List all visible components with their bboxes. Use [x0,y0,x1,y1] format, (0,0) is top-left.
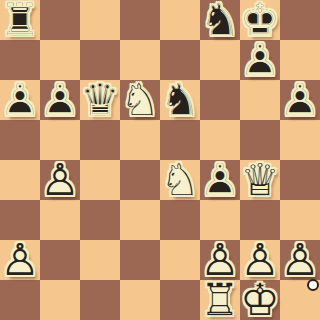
piece-black-rook[interactable]: ♜♖ [0,0,40,40]
black-king-silhouette-icon: ♚ [240,0,280,40]
square-c4[interactable] [80,160,120,200]
square-a1[interactable] [0,280,40,320]
square-d2[interactable] [120,240,160,280]
square-g4[interactable]: ♛♕ [240,160,280,200]
square-f8[interactable]: ♞♘ [200,0,240,40]
square-h7[interactable] [280,40,320,80]
white-pawn-silhouette-icon: ♟ [40,160,80,200]
square-b1[interactable] [40,280,80,320]
square-e5[interactable] [160,120,200,160]
square-c5[interactable] [80,120,120,160]
black-pawn-silhouette-icon: ♟ [40,80,80,120]
black-pawn-outline-icon: ♙ [0,80,40,120]
black-knight-outline-icon: ♘ [160,80,200,120]
piece-black-queen[interactable]: ♛♕ [80,80,120,120]
square-f5[interactable] [200,120,240,160]
piece-white-pawn[interactable]: ♟♙ [280,240,320,280]
square-f2[interactable]: ♟♙ [200,240,240,280]
square-f3[interactable] [200,200,240,240]
chess-board: ♜♖♞♘♚♔♟♙♟♙♟♙♛♕♞♘♞♘♟♙♟♙♞♘♟♙♛♕♟♙♟♙♟♙♟♙♜♖♚♔ [0,0,320,320]
white-pawn-outline-icon: ♙ [200,240,240,280]
black-queen-silhouette-icon: ♛ [80,80,120,120]
square-b2[interactable] [40,240,80,280]
black-knight-outline-icon: ♘ [200,0,240,40]
square-d5[interactable] [120,120,160,160]
square-h4[interactable] [280,160,320,200]
square-c3[interactable] [80,200,120,240]
square-c8[interactable] [80,0,120,40]
square-g1[interactable]: ♚♔ [240,280,280,320]
square-b4[interactable]: ♟♙ [40,160,80,200]
white-knight-silhouette-icon: ♞ [120,80,160,120]
black-king-outline-icon: ♔ [240,0,280,40]
black-queen-outline-icon: ♕ [80,80,120,120]
white-pawn-outline-icon: ♙ [240,240,280,280]
piece-black-pawn[interactable]: ♟♙ [0,80,40,120]
square-c1[interactable] [80,280,120,320]
white-pawn-silhouette-icon: ♟ [0,240,40,280]
square-e6[interactable]: ♞♘ [160,80,200,120]
piece-black-pawn[interactable]: ♟♙ [200,160,240,200]
white-to-move-indicator [307,279,319,291]
square-d7[interactable] [120,40,160,80]
square-b5[interactable] [40,120,80,160]
white-rook-silhouette-icon: ♜ [200,280,240,320]
square-d1[interactable] [120,280,160,320]
white-queen-outline-icon: ♕ [240,160,280,200]
piece-white-king[interactable]: ♚♔ [240,280,280,320]
square-d6[interactable]: ♞♘ [120,80,160,120]
white-knight-outline-icon: ♘ [120,80,160,120]
square-g7[interactable]: ♟♙ [240,40,280,80]
piece-white-knight[interactable]: ♞♘ [120,80,160,120]
square-b7[interactable] [40,40,80,80]
black-knight-silhouette-icon: ♞ [160,80,200,120]
square-a8[interactable]: ♜♖ [0,0,40,40]
square-a4[interactable] [0,160,40,200]
white-king-outline-icon: ♔ [240,280,280,320]
square-a6[interactable]: ♟♙ [0,80,40,120]
piece-white-pawn[interactable]: ♟♙ [240,240,280,280]
piece-black-knight[interactable]: ♞♘ [160,80,200,120]
square-e3[interactable] [160,200,200,240]
square-d8[interactable] [120,0,160,40]
white-pawn-silhouette-icon: ♟ [200,240,240,280]
piece-white-pawn[interactable]: ♟♙ [0,240,40,280]
square-h2[interactable]: ♟♙ [280,240,320,280]
white-queen-silhouette-icon: ♛ [240,160,280,200]
square-a5[interactable] [0,120,40,160]
black-knight-silhouette-icon: ♞ [200,0,240,40]
square-f4[interactable]: ♟♙ [200,160,240,200]
piece-white-pawn[interactable]: ♟♙ [200,240,240,280]
black-pawn-silhouette-icon: ♟ [0,80,40,120]
square-b8[interactable] [40,0,80,40]
square-g8[interactable]: ♚♔ [240,0,280,40]
square-c7[interactable] [80,40,120,80]
white-king-silhouette-icon: ♚ [240,280,280,320]
square-h6[interactable]: ♟♙ [280,80,320,120]
square-g2[interactable]: ♟♙ [240,240,280,280]
square-g3[interactable] [240,200,280,240]
piece-white-knight[interactable]: ♞♘ [160,160,200,200]
white-pawn-outline-icon: ♙ [40,160,80,200]
white-knight-outline-icon: ♘ [160,160,200,200]
square-e2[interactable] [160,240,200,280]
square-e8[interactable] [160,0,200,40]
black-pawn-outline-icon: ♙ [280,80,320,120]
square-a7[interactable] [0,40,40,80]
square-h8[interactable] [280,0,320,40]
black-pawn-outline-icon: ♙ [240,40,280,80]
square-b6[interactable]: ♟♙ [40,80,80,120]
square-b3[interactable] [40,200,80,240]
white-pawn-outline-icon: ♙ [0,240,40,280]
square-e1[interactable] [160,280,200,320]
piece-black-pawn[interactable]: ♟♙ [40,80,80,120]
piece-white-pawn[interactable]: ♟♙ [40,160,80,200]
black-pawn-outline-icon: ♙ [200,160,240,200]
black-rook-silhouette-icon: ♜ [0,0,40,40]
square-d3[interactable] [120,200,160,240]
black-pawn-silhouette-icon: ♟ [280,80,320,120]
white-knight-silhouette-icon: ♞ [160,160,200,200]
square-f1[interactable]: ♜♖ [200,280,240,320]
black-pawn-outline-icon: ♙ [40,80,80,120]
square-e4[interactable]: ♞♘ [160,160,200,200]
white-pawn-outline-icon: ♙ [280,240,320,280]
square-e7[interactable] [160,40,200,80]
square-c6[interactable]: ♛♕ [80,80,120,120]
piece-white-queen[interactable]: ♛♕ [240,160,280,200]
square-f7[interactable] [200,40,240,80]
square-a3[interactable] [0,200,40,240]
square-g6[interactable] [240,80,280,120]
black-rook-outline-icon: ♖ [0,0,40,40]
piece-black-king[interactable]: ♚♔ [240,0,280,40]
square-d4[interactable] [120,160,160,200]
white-rook-outline-icon: ♖ [200,280,240,320]
white-pawn-silhouette-icon: ♟ [280,240,320,280]
square-f6[interactable] [200,80,240,120]
piece-black-pawn[interactable]: ♟♙ [280,80,320,120]
square-c2[interactable] [80,240,120,280]
square-g5[interactable] [240,120,280,160]
piece-black-knight[interactable]: ♞♘ [200,0,240,40]
piece-white-rook[interactable]: ♜♖ [200,280,240,320]
piece-black-pawn[interactable]: ♟♙ [240,40,280,80]
square-h5[interactable] [280,120,320,160]
square-a2[interactable]: ♟♙ [0,240,40,280]
white-pawn-silhouette-icon: ♟ [240,240,280,280]
square-h3[interactable] [280,200,320,240]
black-pawn-silhouette-icon: ♟ [240,40,280,80]
black-pawn-silhouette-icon: ♟ [200,160,240,200]
